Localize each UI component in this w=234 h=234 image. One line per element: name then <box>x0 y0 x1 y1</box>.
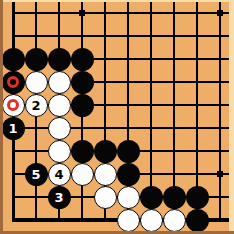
white-stone <box>117 209 140 232</box>
white-stone <box>94 186 117 209</box>
white-stone: 4 <box>48 163 71 186</box>
move-number-label: 1 <box>8 122 17 135</box>
white-stone <box>48 117 71 140</box>
black-stone <box>117 163 140 186</box>
black-stone: 3 <box>48 186 71 209</box>
black-stone <box>71 48 94 71</box>
black-stone <box>186 209 209 232</box>
stone-layer: 21543 <box>2 2 232 232</box>
black-stone <box>186 186 209 209</box>
black-stone <box>117 140 140 163</box>
move-number-label: 2 <box>31 99 40 112</box>
white-stone <box>48 71 71 94</box>
white-stone: 2 <box>25 94 48 117</box>
white-stone <box>48 140 71 163</box>
black-stone: 1 <box>2 117 25 140</box>
white-stone <box>117 186 140 209</box>
frame-top-light <box>0 0 234 2</box>
black-stone <box>163 186 186 209</box>
white-stone <box>71 163 94 186</box>
black-stone <box>2 71 25 94</box>
frame-right-light <box>229 0 234 234</box>
black-stone <box>2 48 25 71</box>
black-stone <box>71 94 94 117</box>
black-stone <box>140 186 163 209</box>
frame-bottom-dark <box>0 231 234 234</box>
move-number-label: 3 <box>54 191 63 204</box>
move-number-label: 4 <box>54 168 63 181</box>
white-stone <box>94 163 117 186</box>
black-stone <box>94 140 117 163</box>
white-stone <box>2 94 25 117</box>
white-stone <box>163 209 186 232</box>
white-stone <box>140 209 163 232</box>
black-stone <box>48 48 71 71</box>
move-number-label: 5 <box>31 168 40 181</box>
white-stone <box>48 94 71 117</box>
go-diagram: 21543 <box>0 0 234 234</box>
black-stone <box>25 48 48 71</box>
circle-mark <box>7 76 19 88</box>
black-stone <box>71 71 94 94</box>
frame-left-dark <box>0 0 3 234</box>
black-stone <box>71 140 94 163</box>
circle-mark <box>7 99 19 111</box>
black-stone: 5 <box>25 163 48 186</box>
white-stone <box>25 71 48 94</box>
